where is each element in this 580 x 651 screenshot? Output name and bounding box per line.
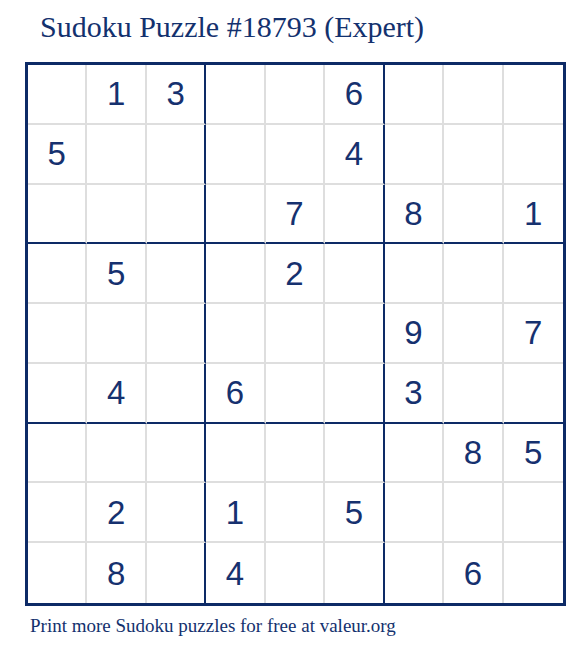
sudoku-cell-r2c4[interactable] [206, 125, 265, 185]
sudoku-cell-r4c7[interactable] [385, 244, 444, 304]
sudoku-cell-r1c3[interactable]: 3 [147, 65, 206, 125]
sudoku-cell-r7c5[interactable] [266, 424, 325, 484]
sudoku-cell-r7c7[interactable] [385, 424, 444, 484]
sudoku-cell-r9c1[interactable] [28, 543, 87, 603]
sudoku-cell-r9c6[interactable] [325, 543, 384, 603]
sudoku-cell-r1c7[interactable] [385, 65, 444, 125]
sudoku-cell-r8c1[interactable] [28, 483, 87, 543]
sudoku-cell-r3c6[interactable] [325, 185, 384, 245]
sudoku-cell-r3c4[interactable] [206, 185, 265, 245]
sudoku-cell-r4c6[interactable] [325, 244, 384, 304]
sudoku-cell-r2c2[interactable] [87, 125, 146, 185]
sudoku-cell-r3c2[interactable] [87, 185, 146, 245]
sudoku-cell-r3c7[interactable]: 8 [385, 185, 444, 245]
sudoku-cell-r6c9[interactable] [504, 364, 563, 424]
sudoku-cell-r6c6[interactable] [325, 364, 384, 424]
sudoku-cell-r7c3[interactable] [147, 424, 206, 484]
sudoku-cell-r2c7[interactable] [385, 125, 444, 185]
sudoku-cell-r3c5[interactable]: 7 [266, 185, 325, 245]
sudoku-cell-r3c8[interactable] [444, 185, 503, 245]
sudoku-cell-r5c8[interactable] [444, 304, 503, 364]
sudoku-cell-r9c3[interactable] [147, 543, 206, 603]
sudoku-cell-r4c4[interactable] [206, 244, 265, 304]
sudoku-cell-r5c5[interactable] [266, 304, 325, 364]
sudoku-cell-r8c4[interactable]: 1 [206, 483, 265, 543]
sudoku-cell-r8c2[interactable]: 2 [87, 483, 146, 543]
puzzle-title: Sudoku Puzzle #18793 (Expert) [40, 10, 424, 44]
sudoku-cell-r4c9[interactable] [504, 244, 563, 304]
sudoku-cell-r6c1[interactable] [28, 364, 87, 424]
sudoku-cell-r4c3[interactable] [147, 244, 206, 304]
sudoku-cell-r8c8[interactable] [444, 483, 503, 543]
sudoku-cell-r9c4[interactable]: 4 [206, 543, 265, 603]
sudoku-cell-r9c9[interactable] [504, 543, 563, 603]
sudoku-cell-r6c3[interactable] [147, 364, 206, 424]
sudoku-cell-r7c6[interactable] [325, 424, 384, 484]
sudoku-cell-r6c8[interactable] [444, 364, 503, 424]
sudoku-cell-r5c6[interactable] [325, 304, 384, 364]
sudoku-cell-r8c5[interactable] [266, 483, 325, 543]
sudoku-cell-r1c5[interactable] [266, 65, 325, 125]
sudoku-cell-r6c5[interactable] [266, 364, 325, 424]
sudoku-cell-r5c3[interactable] [147, 304, 206, 364]
sudoku-cell-r8c3[interactable] [147, 483, 206, 543]
sudoku-cell-r5c4[interactable] [206, 304, 265, 364]
sudoku-cell-r1c8[interactable] [444, 65, 503, 125]
sudoku-board: 13654781529746385215846 [25, 62, 566, 606]
sudoku-cell-r4c8[interactable] [444, 244, 503, 304]
sudoku-cell-r4c2[interactable]: 5 [87, 244, 146, 304]
sudoku-cell-r4c1[interactable] [28, 244, 87, 304]
sudoku-cell-r4c5[interactable]: 2 [266, 244, 325, 304]
sudoku-cell-r8c6[interactable]: 5 [325, 483, 384, 543]
sudoku-cell-r9c7[interactable] [385, 543, 444, 603]
sudoku-page: Sudoku Puzzle #18793 (Expert) 1365478152… [0, 0, 580, 651]
sudoku-cell-r7c2[interactable] [87, 424, 146, 484]
sudoku-cell-r2c1[interactable]: 5 [28, 125, 87, 185]
sudoku-cell-r1c1[interactable] [28, 65, 87, 125]
sudoku-cell-r9c8[interactable]: 6 [444, 543, 503, 603]
sudoku-cell-r9c2[interactable]: 8 [87, 543, 146, 603]
sudoku-cell-r5c1[interactable] [28, 304, 87, 364]
sudoku-cell-r5c9[interactable]: 7 [504, 304, 563, 364]
sudoku-cell-r5c2[interactable] [87, 304, 146, 364]
sudoku-cell-r1c6[interactable]: 6 [325, 65, 384, 125]
sudoku-cell-r9c5[interactable] [266, 543, 325, 603]
sudoku-cell-r6c4[interactable]: 6 [206, 364, 265, 424]
sudoku-cell-r5c7[interactable]: 9 [385, 304, 444, 364]
sudoku-cell-r7c1[interactable] [28, 424, 87, 484]
sudoku-cell-r7c9[interactable]: 5 [504, 424, 563, 484]
sudoku-cell-r2c3[interactable] [147, 125, 206, 185]
sudoku-cell-r7c4[interactable] [206, 424, 265, 484]
sudoku-cell-r3c1[interactable] [28, 185, 87, 245]
sudoku-cell-r2c9[interactable] [504, 125, 563, 185]
sudoku-cell-r2c6[interactable]: 4 [325, 125, 384, 185]
sudoku-cell-r1c4[interactable] [206, 65, 265, 125]
sudoku-cell-r1c2[interactable]: 1 [87, 65, 146, 125]
sudoku-cell-r2c8[interactable] [444, 125, 503, 185]
sudoku-cell-r3c9[interactable]: 1 [504, 185, 563, 245]
sudoku-cell-r7c8[interactable]: 8 [444, 424, 503, 484]
sudoku-cell-r6c2[interactable]: 4 [87, 364, 146, 424]
sudoku-cell-r3c3[interactable] [147, 185, 206, 245]
sudoku-cell-r8c9[interactable] [504, 483, 563, 543]
sudoku-cell-r1c9[interactable] [504, 65, 563, 125]
sudoku-cell-r6c7[interactable]: 3 [385, 364, 444, 424]
footer-text: Print more Sudoku puzzles for free at va… [30, 615, 396, 637]
sudoku-cell-r8c7[interactable] [385, 483, 444, 543]
sudoku-cell-r2c5[interactable] [266, 125, 325, 185]
